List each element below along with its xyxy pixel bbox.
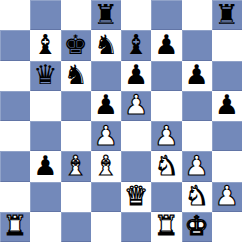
square-a2[interactable] [0,182,30,212]
square-f6[interactable] [151,61,181,91]
square-d3[interactable]: ♝ [91,151,121,181]
piece-white-rook: ♜ [3,212,27,239]
square-c3[interactable]: ♝ [61,151,91,181]
square-h7[interactable] [212,30,242,60]
square-c2[interactable] [61,182,91,212]
square-f1[interactable]: ♜ [151,212,181,242]
piece-white-knight: ♞ [185,182,209,209]
square-a4[interactable] [0,121,30,151]
square-c6[interactable]: ♞ [61,61,91,91]
square-e2[interactable]: ♛ [121,182,151,212]
square-b4[interactable] [30,121,60,151]
square-b2[interactable] [30,182,60,212]
piece-black-king: ♚ [64,31,88,58]
square-f8[interactable] [151,0,181,30]
piece-black-pawn: ♟ [124,61,148,88]
square-c7[interactable]: ♚ [61,30,91,60]
square-h1[interactable] [212,212,242,242]
square-h3[interactable] [212,151,242,181]
square-g7[interactable] [182,30,212,60]
square-b6[interactable]: ♛ [30,61,60,91]
square-f7[interactable]: ♟ [151,30,181,60]
square-b8[interactable] [30,0,60,30]
square-d6[interactable] [91,61,121,91]
square-e1[interactable] [121,212,151,242]
piece-white-pawn: ♟ [124,91,148,118]
square-h4[interactable] [212,121,242,151]
piece-white-bishop: ♝ [94,152,118,179]
square-g8[interactable] [182,0,212,30]
square-g4[interactable] [182,121,212,151]
piece-white-pawn: ♟ [94,122,118,149]
square-d2[interactable] [91,182,121,212]
square-d1[interactable] [91,212,121,242]
piece-white-rook: ♜ [154,212,178,239]
piece-white-pawn: ♟ [185,152,209,179]
square-g5[interactable] [182,91,212,121]
piece-white-pawn: ♟ [154,122,178,149]
square-b7[interactable]: ♝ [30,30,60,60]
piece-black-bishop: ♝ [124,31,148,58]
square-d4[interactable]: ♟ [91,121,121,151]
square-g3[interactable]: ♟ [182,151,212,181]
square-f2[interactable] [151,182,181,212]
square-h6[interactable] [212,61,242,91]
piece-white-king: ♚ [185,212,209,239]
square-e5[interactable]: ♟ [121,91,151,121]
square-a8[interactable] [0,0,30,30]
chess-board: ♜♜♝♚♞♝♟♛♞♟♟♟♟♟♟♟♟♝♝♞♟♛♞♟♜♜♚ [0,0,242,242]
square-d7[interactable]: ♞ [91,30,121,60]
square-e3[interactable] [121,151,151,181]
square-c8[interactable] [61,0,91,30]
piece-black-pawn: ♟ [215,91,239,118]
square-a3[interactable] [0,151,30,181]
square-d5[interactable]: ♟ [91,91,121,121]
piece-white-pawn: ♟ [215,182,239,209]
piece-black-queen: ♛ [33,61,57,88]
piece-black-pawn: ♟ [94,91,118,118]
square-h5[interactable]: ♟ [212,91,242,121]
piece-white-knight: ♞ [154,152,178,179]
square-c4[interactable] [61,121,91,151]
piece-white-queen: ♛ [124,182,148,209]
square-c1[interactable] [61,212,91,242]
square-e8[interactable] [121,0,151,30]
square-b3[interactable]: ♟ [30,151,60,181]
piece-black-pawn: ♟ [154,31,178,58]
square-f4[interactable]: ♟ [151,121,181,151]
square-a5[interactable] [0,91,30,121]
square-d8[interactable]: ♜ [91,0,121,30]
square-h2[interactable]: ♟ [212,182,242,212]
piece-white-bishop: ♝ [64,152,88,179]
square-e4[interactable] [121,121,151,151]
square-b1[interactable] [30,212,60,242]
square-f5[interactable] [151,91,181,121]
square-g1[interactable]: ♚ [182,212,212,242]
square-c5[interactable] [61,91,91,121]
piece-black-rook: ♜ [215,1,239,28]
square-h8[interactable]: ♜ [212,0,242,30]
square-e6[interactable]: ♟ [121,61,151,91]
square-a7[interactable] [0,30,30,60]
piece-black-bishop: ♝ [33,31,57,58]
piece-black-pawn: ♟ [185,61,209,88]
piece-black-pawn: ♟ [33,152,57,179]
square-g6[interactable]: ♟ [182,61,212,91]
square-b5[interactable] [30,91,60,121]
square-a6[interactable] [0,61,30,91]
piece-black-knight: ♞ [94,31,118,58]
square-e7[interactable]: ♝ [121,30,151,60]
piece-black-rook: ♜ [94,1,118,28]
square-f3[interactable]: ♞ [151,151,181,181]
piece-black-knight: ♞ [64,61,88,88]
square-g2[interactable]: ♞ [182,182,212,212]
square-a1[interactable]: ♜ [0,212,30,242]
